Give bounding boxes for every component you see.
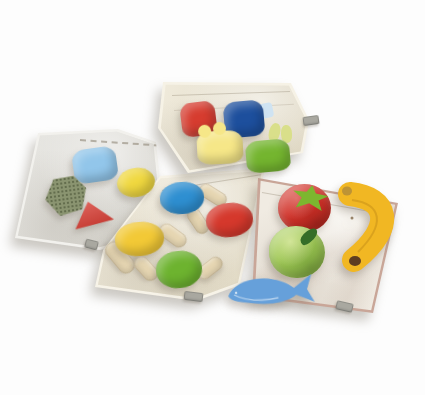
red-triangle [76,201,115,230]
product-photo [0,0,425,395]
banana-tip [349,256,361,266]
green-eared-block [245,138,292,174]
banana-blemish [351,217,354,220]
banana-stem [342,187,352,196]
yellow-bear-block [196,130,244,165]
tomato [278,184,331,232]
fish [225,270,319,311]
banana [330,182,406,274]
fish-body [227,274,314,306]
red-triangle-face [76,201,115,230]
